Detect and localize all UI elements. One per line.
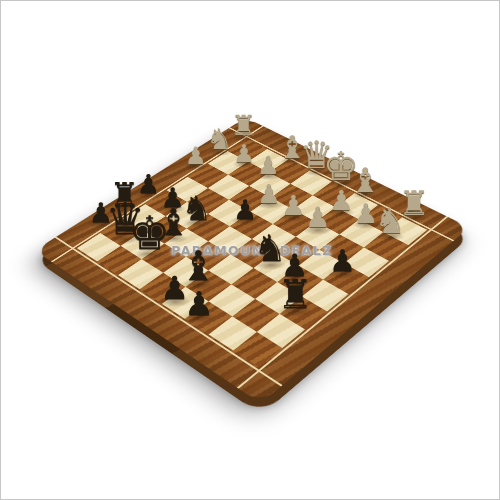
square-h8 (233, 332, 282, 367)
square-h2 (364, 232, 408, 261)
square-f6 (231, 268, 277, 299)
chess-board (35, 118, 470, 404)
board-wooden-frame (35, 118, 470, 404)
square-g8 (209, 316, 257, 350)
square-c8 (118, 259, 163, 289)
square-g7 (232, 299, 279, 332)
square-h3 (344, 247, 389, 277)
square-f8 (185, 301, 232, 334)
square-f7 (209, 284, 256, 316)
inlay-line (55, 237, 283, 387)
square-h5 (302, 280, 349, 312)
product-photo: ♜♝♛♚♝♜♞♟♟♟♟♞♟♟♟♟♟♟♟♟♞♞♟♜♝♜♟♛♚♝♟♟ PARAMOU… (0, 0, 500, 500)
square-e6 (208, 254, 253, 284)
watermark-text: PARAMOUNT DEALZ (171, 243, 333, 258)
square-d8 (140, 273, 186, 304)
square-b8 (97, 246, 141, 275)
square-d7 (163, 257, 208, 287)
square-e8 (162, 287, 209, 319)
square-h6 (280, 296, 327, 329)
square-h4 (323, 263, 369, 294)
square-g5 (277, 266, 323, 297)
square-g6 (255, 282, 302, 314)
square-e7 (185, 270, 231, 301)
square-h7 (257, 314, 305, 348)
